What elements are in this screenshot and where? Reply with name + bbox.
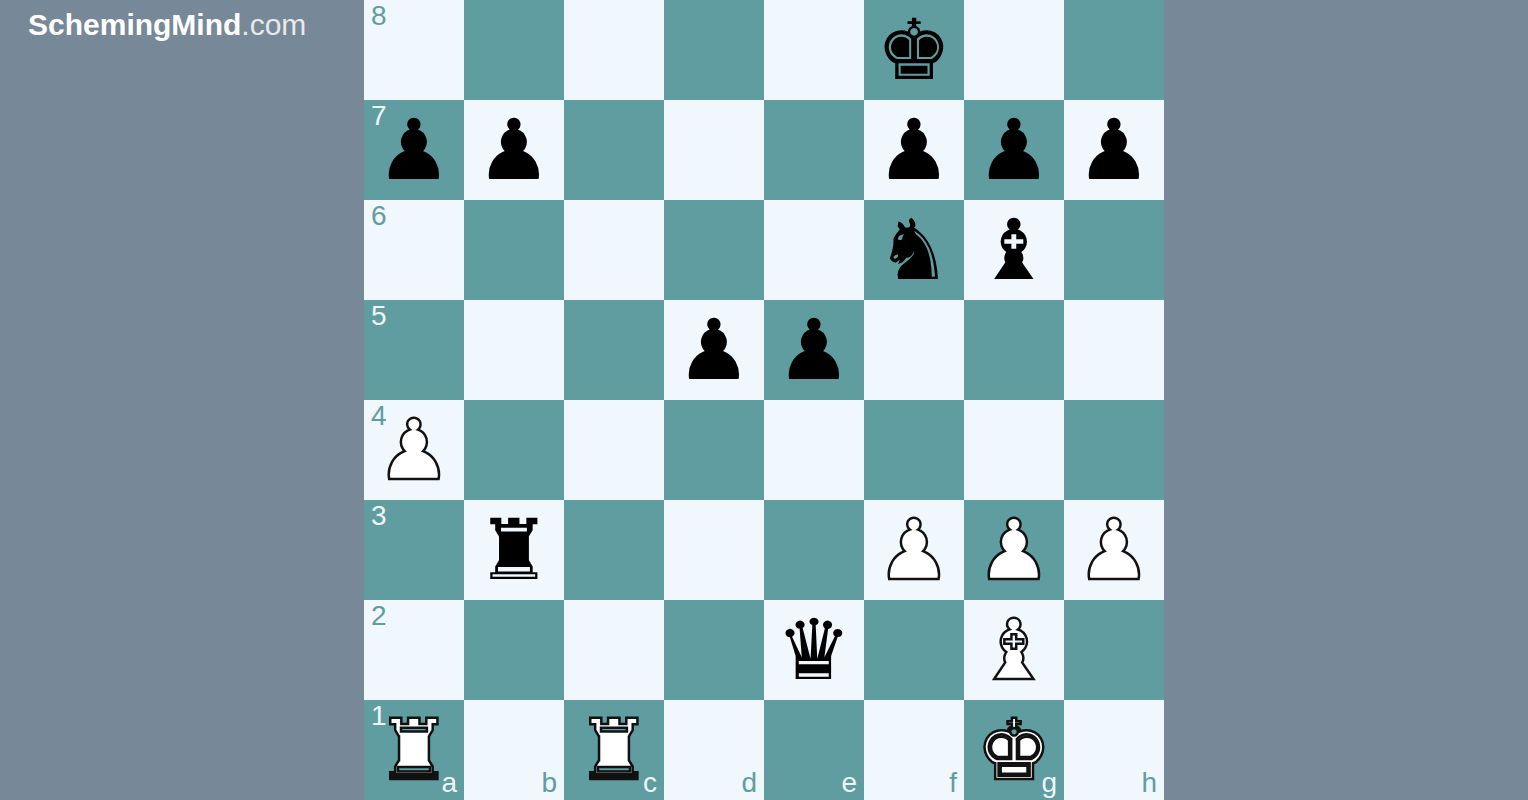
square-c2[interactable] bbox=[564, 600, 664, 700]
square-c6[interactable] bbox=[564, 200, 664, 300]
file-label-d: d bbox=[741, 768, 757, 799]
black-pawn-e5[interactable]: ♟ bbox=[764, 300, 864, 400]
white-pawn-f3[interactable]: ♟ bbox=[864, 500, 964, 600]
square-d4[interactable] bbox=[664, 400, 764, 500]
white-pawn-g3[interactable]: ♟ bbox=[964, 500, 1064, 600]
square-d2[interactable] bbox=[664, 600, 764, 700]
black-pawn-b7[interactable]: ♟ bbox=[464, 100, 564, 200]
black-king-f8[interactable]: ♚ bbox=[864, 0, 964, 100]
rank-label-8: 8 bbox=[371, 1, 387, 32]
rank-label-2: 2 bbox=[371, 601, 387, 632]
square-b3[interactable]: ♜ bbox=[464, 500, 564, 600]
white-pawn-a4[interactable]: ♟ bbox=[364, 400, 464, 500]
square-g8[interactable] bbox=[964, 0, 1064, 100]
white-rook-c1[interactable]: ♜ bbox=[564, 700, 664, 800]
square-g1[interactable]: g♚ bbox=[964, 700, 1064, 800]
square-d7[interactable] bbox=[664, 100, 764, 200]
square-h7[interactable]: ♟ bbox=[1064, 100, 1164, 200]
square-e7[interactable] bbox=[764, 100, 864, 200]
black-pawn-d5[interactable]: ♟ bbox=[664, 300, 764, 400]
black-pawn-a7[interactable]: ♟ bbox=[364, 100, 464, 200]
square-c7[interactable] bbox=[564, 100, 664, 200]
square-g3[interactable]: ♟ bbox=[964, 500, 1064, 600]
square-b6[interactable] bbox=[464, 200, 564, 300]
page: SchemingMind.com 8♚7♟♟♟♟♟6♞♝5♟♟4♟3♜♟♟♟2♛… bbox=[0, 0, 1528, 800]
square-g5[interactable] bbox=[964, 300, 1064, 400]
black-rook-b3[interactable]: ♜ bbox=[464, 500, 564, 600]
square-g7[interactable]: ♟ bbox=[964, 100, 1064, 200]
square-h5[interactable] bbox=[1064, 300, 1164, 400]
square-d5[interactable]: ♟ bbox=[664, 300, 764, 400]
square-f8[interactable]: ♚ bbox=[864, 0, 964, 100]
square-a3[interactable]: 3 bbox=[364, 500, 464, 600]
square-a6[interactable]: 6 bbox=[364, 200, 464, 300]
square-b7[interactable]: ♟ bbox=[464, 100, 564, 200]
square-d6[interactable] bbox=[664, 200, 764, 300]
square-e5[interactable]: ♟ bbox=[764, 300, 864, 400]
square-g2[interactable]: ♝ bbox=[964, 600, 1064, 700]
file-label-e: e bbox=[841, 768, 857, 799]
rank-label-5: 5 bbox=[371, 301, 387, 332]
square-b8[interactable] bbox=[464, 0, 564, 100]
rank-label-3: 3 bbox=[371, 501, 387, 532]
square-c4[interactable] bbox=[564, 400, 664, 500]
square-c8[interactable] bbox=[564, 0, 664, 100]
square-c1[interactable]: c♜ bbox=[564, 700, 664, 800]
square-e2[interactable]: ♛ bbox=[764, 600, 864, 700]
chess-board: 8♚7♟♟♟♟♟6♞♝5♟♟4♟3♜♟♟♟2♛♝1a♜bc♜defg♚h bbox=[364, 0, 1164, 800]
square-a7[interactable]: 7♟ bbox=[364, 100, 464, 200]
square-b1[interactable]: b bbox=[464, 700, 564, 800]
square-h2[interactable] bbox=[1064, 600, 1164, 700]
square-f3[interactable]: ♟ bbox=[864, 500, 964, 600]
square-f7[interactable]: ♟ bbox=[864, 100, 964, 200]
square-c5[interactable] bbox=[564, 300, 664, 400]
square-a4[interactable]: 4♟ bbox=[364, 400, 464, 500]
square-b4[interactable] bbox=[464, 400, 564, 500]
square-g6[interactable]: ♝ bbox=[964, 200, 1064, 300]
square-e8[interactable] bbox=[764, 0, 864, 100]
square-f1[interactable]: f bbox=[864, 700, 964, 800]
site-logo[interactable]: SchemingMind.com bbox=[28, 8, 306, 42]
site-logo-suffix: .com bbox=[241, 8, 306, 41]
square-f5[interactable] bbox=[864, 300, 964, 400]
square-a8[interactable]: 8 bbox=[364, 0, 464, 100]
square-e4[interactable] bbox=[764, 400, 864, 500]
file-label-h: h bbox=[1141, 768, 1157, 799]
square-g4[interactable] bbox=[964, 400, 1064, 500]
square-b2[interactable] bbox=[464, 600, 564, 700]
rank-label-6: 6 bbox=[371, 201, 387, 232]
site-logo-name: SchemingMind bbox=[28, 8, 241, 41]
square-b5[interactable] bbox=[464, 300, 564, 400]
square-e1[interactable]: e bbox=[764, 700, 864, 800]
white-bishop-g2[interactable]: ♝ bbox=[964, 600, 1064, 700]
square-f6[interactable]: ♞ bbox=[864, 200, 964, 300]
square-h1[interactable]: h bbox=[1064, 700, 1164, 800]
square-f4[interactable] bbox=[864, 400, 964, 500]
square-h8[interactable] bbox=[1064, 0, 1164, 100]
square-a2[interactable]: 2 bbox=[364, 600, 464, 700]
square-d1[interactable]: d bbox=[664, 700, 764, 800]
black-pawn-g7[interactable]: ♟ bbox=[964, 100, 1064, 200]
square-h3[interactable]: ♟ bbox=[1064, 500, 1164, 600]
white-king-g1[interactable]: ♚ bbox=[964, 700, 1064, 800]
square-e3[interactable] bbox=[764, 500, 864, 600]
square-a5[interactable]: 5 bbox=[364, 300, 464, 400]
black-queen-e2[interactable]: ♛ bbox=[764, 600, 864, 700]
black-pawn-f7[interactable]: ♟ bbox=[864, 100, 964, 200]
square-h4[interactable] bbox=[1064, 400, 1164, 500]
square-c3[interactable] bbox=[564, 500, 664, 600]
file-label-b: b bbox=[541, 768, 557, 799]
square-a1[interactable]: 1a♜ bbox=[364, 700, 464, 800]
square-f2[interactable] bbox=[864, 600, 964, 700]
white-pawn-h3[interactable]: ♟ bbox=[1064, 500, 1164, 600]
file-label-f: f bbox=[949, 768, 957, 799]
black-knight-f6[interactable]: ♞ bbox=[864, 200, 964, 300]
square-h6[interactable] bbox=[1064, 200, 1164, 300]
black-pawn-h7[interactable]: ♟ bbox=[1064, 100, 1164, 200]
square-d8[interactable] bbox=[664, 0, 764, 100]
square-e6[interactable] bbox=[764, 200, 864, 300]
white-rook-a1[interactable]: ♜ bbox=[364, 700, 464, 800]
square-d3[interactable] bbox=[664, 500, 764, 600]
black-bishop-g6[interactable]: ♝ bbox=[964, 200, 1064, 300]
